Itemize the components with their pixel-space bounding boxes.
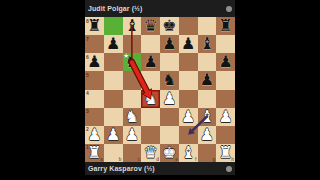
piece-black-queen-d8[interactable]: ♛ bbox=[141, 17, 160, 35]
piece-black-bishop-c8[interactable]: ♝ bbox=[123, 17, 142, 35]
square-h1[interactable]: h♜ bbox=[216, 144, 235, 162]
square-f3[interactable]: ♟ bbox=[179, 108, 198, 126]
piece-white-pawn-e4[interactable]: ♟ bbox=[160, 90, 179, 108]
square-b3[interactable] bbox=[104, 108, 123, 126]
player-name-top: Judit Polgar (½) bbox=[88, 5, 143, 12]
piece-white-pawn-h3[interactable]: ♟ bbox=[216, 108, 235, 126]
square-c1[interactable]: c bbox=[123, 144, 142, 162]
square-d3[interactable] bbox=[141, 108, 160, 126]
piece-white-pawn-f3[interactable]: ♟ bbox=[179, 108, 198, 126]
piece-black-rook-a8[interactable]: ♜ bbox=[85, 17, 104, 35]
piece-white-king-e1[interactable]: ♚ bbox=[160, 144, 179, 162]
player-name-bottom: Garry Kasparov (½) bbox=[88, 165, 155, 172]
piece-black-pawn-b7[interactable]: ♟ bbox=[104, 35, 123, 53]
square-c6[interactable]: ★♞ bbox=[123, 53, 142, 71]
square-d8[interactable]: ♛ bbox=[141, 17, 160, 35]
piece-white-rook-h1[interactable]: ♜ bbox=[216, 144, 235, 162]
square-a5[interactable]: 5 bbox=[85, 71, 104, 89]
piece-white-pawn-b2[interactable]: ♟ bbox=[104, 126, 123, 144]
square-f5[interactable] bbox=[179, 71, 198, 89]
square-b5[interactable] bbox=[104, 71, 123, 89]
square-a2[interactable]: 2♟ bbox=[85, 126, 104, 144]
square-e3[interactable] bbox=[160, 108, 179, 126]
square-g1[interactable]: g bbox=[198, 144, 217, 162]
square-e6[interactable] bbox=[160, 53, 179, 71]
file-label-b: b bbox=[119, 157, 122, 162]
piece-black-pawn-e7[interactable]: ♟ bbox=[160, 35, 179, 53]
square-g4[interactable] bbox=[198, 90, 217, 108]
square-b8[interactable] bbox=[104, 17, 123, 35]
piece-white-rook-a1[interactable]: ♜ bbox=[85, 144, 104, 162]
chess-board[interactable]: 8♜♝♛♚♜7♟♟♟♝6♟★♞♟♟5♞♟4♞♟3♞♟♝♟2♟♟♟♟1a♜bcd♛… bbox=[85, 17, 235, 162]
piece-white-queen-d1[interactable]: ♛ bbox=[141, 144, 160, 162]
piece-black-knight-e5[interactable]: ♞ bbox=[160, 71, 179, 89]
piece-black-king-e8[interactable]: ♚ bbox=[160, 17, 179, 35]
piece-black-pawn-g5[interactable]: ♟ bbox=[198, 71, 217, 89]
game-column: Judit Polgar (½) 8♜♝♛♚♜7♟♟♟♝6♟★♞♟♟5♞♟4♞♟… bbox=[85, 0, 235, 180]
square-b1[interactable]: b bbox=[104, 144, 123, 162]
square-g7[interactable]: ♝ bbox=[198, 35, 217, 53]
square-a4[interactable]: 4 bbox=[85, 90, 104, 108]
square-f1[interactable]: f♝ bbox=[179, 144, 198, 162]
square-h6[interactable]: ♟ bbox=[216, 53, 235, 71]
square-h8[interactable]: ♜ bbox=[216, 17, 235, 35]
square-g8[interactable] bbox=[198, 17, 217, 35]
square-d7[interactable] bbox=[141, 35, 160, 53]
piece-white-bishop-g3[interactable]: ♝ bbox=[198, 108, 217, 126]
square-f8[interactable] bbox=[179, 17, 198, 35]
square-a7[interactable]: 7 bbox=[85, 35, 104, 53]
square-g6[interactable] bbox=[198, 53, 217, 71]
square-c2[interactable]: ♟ bbox=[123, 126, 142, 144]
square-e5[interactable]: ♞ bbox=[160, 71, 179, 89]
app-background: Judit Polgar (½) 8♜♝♛♚♜7♟♟♟♝6♟★♞♟♟5♞♟4♞♟… bbox=[0, 0, 320, 180]
piece-white-knight-c3[interactable]: ♞ bbox=[123, 108, 142, 126]
piece-black-bishop-g7[interactable]: ♝ bbox=[198, 35, 217, 53]
square-a3[interactable]: 3 bbox=[85, 108, 104, 126]
square-c7[interactable] bbox=[123, 35, 142, 53]
square-h7[interactable] bbox=[216, 35, 235, 53]
piece-white-bishop-f1[interactable]: ♝ bbox=[179, 144, 198, 162]
square-d6[interactable]: ♟ bbox=[141, 53, 160, 71]
square-a8[interactable]: 8♜ bbox=[85, 17, 104, 35]
file-label-g: g bbox=[213, 157, 216, 162]
square-a1[interactable]: 1a♜ bbox=[85, 144, 104, 162]
piece-black-pawn-f7[interactable]: ♟ bbox=[179, 35, 198, 53]
square-f7[interactable]: ♟ bbox=[179, 35, 198, 53]
player-bar-bottom: Garry Kasparov (½) bbox=[85, 162, 235, 175]
piece-white-knight-d4[interactable]: ♞ bbox=[141, 90, 160, 108]
rank-label-7: 7 bbox=[86, 36, 89, 42]
square-c8[interactable]: ♝ bbox=[123, 17, 142, 35]
status-dot-top-icon bbox=[226, 6, 232, 12]
square-e2[interactable] bbox=[160, 126, 179, 144]
square-b4[interactable] bbox=[104, 90, 123, 108]
rank-label-4: 4 bbox=[86, 90, 89, 96]
rank-label-5: 5 bbox=[86, 72, 89, 78]
square-e4[interactable]: ♟ bbox=[160, 90, 179, 108]
square-b7[interactable]: ♟ bbox=[104, 35, 123, 53]
piece-black-pawn-d6[interactable]: ♟ bbox=[141, 53, 160, 71]
square-b2[interactable]: ♟ bbox=[104, 126, 123, 144]
status-dot-bottom-icon bbox=[226, 166, 232, 172]
square-a6[interactable]: 6♟ bbox=[85, 53, 104, 71]
square-c5[interactable] bbox=[123, 71, 142, 89]
square-h5[interactable] bbox=[216, 71, 235, 89]
square-h4[interactable] bbox=[216, 90, 235, 108]
piece-white-pawn-g2[interactable]: ♟ bbox=[198, 126, 217, 144]
piece-black-rook-h8[interactable]: ♜ bbox=[216, 17, 235, 35]
square-h3[interactable]: ♟ bbox=[216, 108, 235, 126]
piece-black-pawn-h6[interactable]: ♟ bbox=[216, 53, 235, 71]
square-g3[interactable]: ♝ bbox=[198, 108, 217, 126]
piece-black-pawn-a6[interactable]: ♟ bbox=[85, 53, 104, 71]
square-f4[interactable] bbox=[179, 90, 198, 108]
square-d2[interactable] bbox=[141, 126, 160, 144]
square-d1[interactable]: d♛ bbox=[141, 144, 160, 162]
square-c4[interactable] bbox=[123, 90, 142, 108]
square-f6[interactable] bbox=[179, 53, 198, 71]
square-g5[interactable]: ♟ bbox=[198, 71, 217, 89]
square-f2[interactable] bbox=[179, 126, 198, 144]
file-label-c: c bbox=[138, 157, 141, 162]
square-e1[interactable]: e♚ bbox=[160, 144, 179, 162]
piece-white-pawn-c2[interactable]: ♟ bbox=[123, 126, 142, 144]
square-b6[interactable] bbox=[104, 53, 123, 71]
square-c3[interactable]: ♞ bbox=[123, 108, 142, 126]
square-d5[interactable] bbox=[141, 71, 160, 89]
square-h2[interactable] bbox=[216, 126, 235, 144]
square-g2[interactable]: ♟ bbox=[198, 126, 217, 144]
player-bar-top: Judit Polgar (½) bbox=[85, 0, 235, 17]
square-d4[interactable]: ♞ bbox=[141, 90, 160, 108]
square-e8[interactable]: ♚ bbox=[160, 17, 179, 35]
square-e7[interactable]: ♟ bbox=[160, 35, 179, 53]
star-icon: ★ bbox=[123, 52, 129, 60]
piece-white-pawn-a2[interactable]: ♟ bbox=[85, 126, 104, 144]
rank-label-3: 3 bbox=[86, 108, 89, 114]
